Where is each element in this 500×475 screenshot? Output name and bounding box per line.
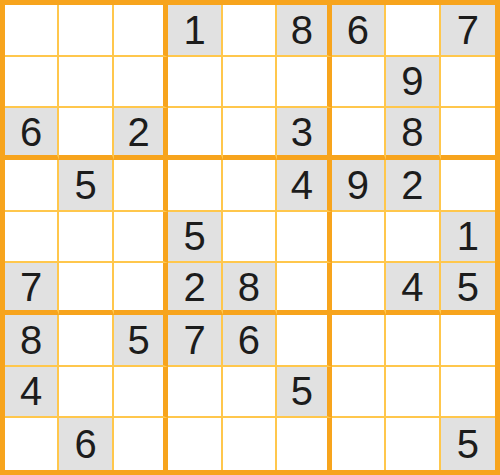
cell-r4c8: 2 xyxy=(386,160,440,212)
cell-r3c7[interactable] xyxy=(332,108,386,160)
cell-r5c2[interactable] xyxy=(59,212,113,264)
cell-r4c3[interactable] xyxy=(114,160,168,212)
cell-r8c1: 4 xyxy=(5,367,59,419)
cell-r5c5[interactable] xyxy=(223,212,277,264)
cell-r8c7[interactable] xyxy=(332,367,386,419)
cell-r2c8: 9 xyxy=(386,57,440,109)
cell-r9c3[interactable] xyxy=(114,418,168,470)
cell-r1c9: 7 xyxy=(441,5,495,57)
cell-r7c5: 6 xyxy=(223,315,277,367)
cell-r2c4[interactable] xyxy=(168,57,222,109)
cell-r7c3: 5 xyxy=(114,315,168,367)
cell-r6c8: 4 xyxy=(386,263,440,315)
cell-r6c6[interactable] xyxy=(277,263,331,315)
cell-r5c1[interactable] xyxy=(5,212,59,264)
cell-r1c2[interactable] xyxy=(59,5,113,57)
cell-r7c7[interactable] xyxy=(332,315,386,367)
cell-r2c1[interactable] xyxy=(5,57,59,109)
cell-r7c8[interactable] xyxy=(386,315,440,367)
cell-r5c8[interactable] xyxy=(386,212,440,264)
cell-r2c6[interactable] xyxy=(277,57,331,109)
cell-r7c9[interactable] xyxy=(441,315,495,367)
cell-r6c1: 7 xyxy=(5,263,59,315)
cell-r3c4[interactable] xyxy=(168,108,222,160)
cell-r9c6[interactable] xyxy=(277,418,331,470)
cell-r1c3[interactable] xyxy=(114,5,168,57)
cell-r7c4: 7 xyxy=(168,315,222,367)
cell-r8c9[interactable] xyxy=(441,367,495,419)
cell-r9c2: 6 xyxy=(59,418,113,470)
cell-r2c7[interactable] xyxy=(332,57,386,109)
cell-r7c6[interactable] xyxy=(277,315,331,367)
cell-r3c5[interactable] xyxy=(223,108,277,160)
cell-r6c5: 8 xyxy=(223,263,277,315)
cell-r9c1[interactable] xyxy=(5,418,59,470)
cell-r7c2[interactable] xyxy=(59,315,113,367)
cell-r3c3: 2 xyxy=(114,108,168,160)
cell-r1c6: 8 xyxy=(277,5,331,57)
cell-r6c4: 2 xyxy=(168,263,222,315)
cell-r9c4[interactable] xyxy=(168,418,222,470)
cell-r8c4[interactable] xyxy=(168,367,222,419)
cell-r2c5[interactable] xyxy=(223,57,277,109)
cell-r9c8[interactable] xyxy=(386,418,440,470)
cell-r7c1: 8 xyxy=(5,315,59,367)
cell-r8c2[interactable] xyxy=(59,367,113,419)
cell-r3c6: 3 xyxy=(277,108,331,160)
cell-r2c9[interactable] xyxy=(441,57,495,109)
cell-r4c6: 4 xyxy=(277,160,331,212)
sudoku-board: 1867962385492517284585764565 xyxy=(0,0,500,475)
cell-r2c3[interactable] xyxy=(114,57,168,109)
cell-r9c7[interactable] xyxy=(332,418,386,470)
cell-r5c6[interactable] xyxy=(277,212,331,264)
cell-r9c9: 5 xyxy=(441,418,495,470)
cell-r6c7[interactable] xyxy=(332,263,386,315)
cell-r5c3[interactable] xyxy=(114,212,168,264)
cell-r6c9: 5 xyxy=(441,263,495,315)
cell-r3c1: 6 xyxy=(5,108,59,160)
cell-r6c2[interactable] xyxy=(59,263,113,315)
cell-r5c7[interactable] xyxy=(332,212,386,264)
cell-r8c5[interactable] xyxy=(223,367,277,419)
cell-r1c5[interactable] xyxy=(223,5,277,57)
cell-r1c1[interactable] xyxy=(5,5,59,57)
cell-r3c2[interactable] xyxy=(59,108,113,160)
cell-r9c5[interactable] xyxy=(223,418,277,470)
cell-r4c2: 5 xyxy=(59,160,113,212)
cell-r4c9[interactable] xyxy=(441,160,495,212)
cell-r4c7: 9 xyxy=(332,160,386,212)
cell-r5c9: 1 xyxy=(441,212,495,264)
cell-r4c5[interactable] xyxy=(223,160,277,212)
cell-r5c4: 5 xyxy=(168,212,222,264)
cell-r1c4: 1 xyxy=(168,5,222,57)
cell-r3c8: 8 xyxy=(386,108,440,160)
cell-r1c7: 6 xyxy=(332,5,386,57)
cell-r4c1[interactable] xyxy=(5,160,59,212)
cell-r8c3[interactable] xyxy=(114,367,168,419)
cell-r1c8[interactable] xyxy=(386,5,440,57)
cell-r8c8[interactable] xyxy=(386,367,440,419)
cell-r4c4[interactable] xyxy=(168,160,222,212)
cell-r8c6: 5 xyxy=(277,367,331,419)
cell-r2c2[interactable] xyxy=(59,57,113,109)
cell-r6c3[interactable] xyxy=(114,263,168,315)
cell-r3c9[interactable] xyxy=(441,108,495,160)
